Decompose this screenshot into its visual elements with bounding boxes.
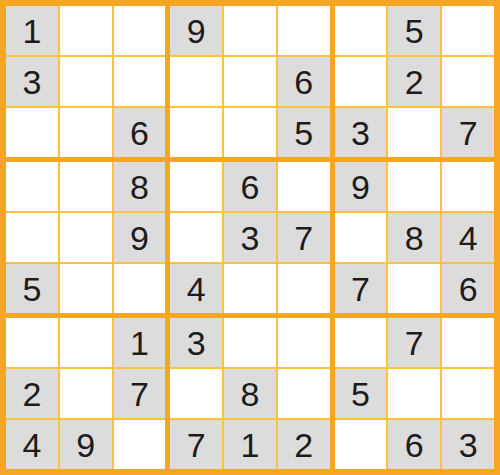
cell-r9c8-given: 6: [388, 420, 440, 469]
box-3: 5237: [335, 6, 494, 157]
cell-r2c1-given: 3: [6, 57, 58, 106]
cell-r6c9-given: 6: [442, 264, 494, 313]
cell-r2c9[interactable]: [442, 57, 494, 106]
cell-r5c7[interactable]: [335, 213, 387, 262]
box-9: 7563: [335, 318, 494, 469]
cell-r5c8-given: 8: [388, 213, 440, 262]
cell-r5c1[interactable]: [6, 213, 58, 262]
cell-r5c3-given: 9: [114, 213, 166, 262]
cell-r5c2[interactable]: [60, 213, 112, 262]
cell-r1c5[interactable]: [224, 6, 276, 55]
cell-r3c5[interactable]: [224, 108, 276, 157]
cell-r7c7[interactable]: [335, 318, 387, 367]
cell-r1c4-given: 9: [170, 6, 222, 55]
cell-r1c2[interactable]: [60, 6, 112, 55]
cell-r7c9[interactable]: [442, 318, 494, 367]
cell-r8c4[interactable]: [170, 369, 222, 418]
cell-r6c2[interactable]: [60, 264, 112, 313]
cell-r4c2[interactable]: [60, 162, 112, 211]
cell-r8c6[interactable]: [278, 369, 330, 418]
cell-r8c9[interactable]: [442, 369, 494, 418]
cell-r7c6[interactable]: [278, 318, 330, 367]
cell-r1c9[interactable]: [442, 6, 494, 55]
box-8: 38712: [170, 318, 329, 469]
cell-r4c8[interactable]: [388, 162, 440, 211]
cell-r2c4[interactable]: [170, 57, 222, 106]
cell-r8c7-given: 5: [335, 369, 387, 418]
cell-r3c9-given: 7: [442, 108, 494, 157]
box-1: 136: [6, 6, 165, 157]
cell-r8c2[interactable]: [60, 369, 112, 418]
box-7: 12749: [6, 318, 165, 469]
cell-r6c1-given: 5: [6, 264, 58, 313]
cell-r4c9[interactable]: [442, 162, 494, 211]
cell-r9c1-given: 4: [6, 420, 58, 469]
cell-r2c2[interactable]: [60, 57, 112, 106]
cell-r1c7[interactable]: [335, 6, 387, 55]
cell-r6c7-given: 7: [335, 264, 387, 313]
cell-r5c6-given: 7: [278, 213, 330, 262]
cell-r8c3-given: 7: [114, 369, 166, 418]
cell-r5c4[interactable]: [170, 213, 222, 262]
box-6: 98476: [335, 162, 494, 313]
cell-r7c4-given: 3: [170, 318, 222, 367]
cell-r1c8-given: 5: [388, 6, 440, 55]
cell-r3c8[interactable]: [388, 108, 440, 157]
cell-r9c5-given: 1: [224, 420, 276, 469]
cell-r8c8[interactable]: [388, 369, 440, 418]
cell-r9c7[interactable]: [335, 420, 387, 469]
box-5: 6374: [170, 162, 329, 313]
cell-r1c3[interactable]: [114, 6, 166, 55]
cell-r1c6[interactable]: [278, 6, 330, 55]
cell-r6c4-given: 4: [170, 264, 222, 313]
cell-r9c4-given: 7: [170, 420, 222, 469]
cell-r3c4[interactable]: [170, 108, 222, 157]
cell-r3c3-given: 6: [114, 108, 166, 157]
cell-r4c6[interactable]: [278, 162, 330, 211]
cell-r3c2[interactable]: [60, 108, 112, 157]
cell-r9c2-given: 9: [60, 420, 112, 469]
cell-r6c6[interactable]: [278, 264, 330, 313]
cell-r2c5[interactable]: [224, 57, 276, 106]
cell-r3c1[interactable]: [6, 108, 58, 157]
sudoku-board: 136965523789563749847612749387127563: [0, 0, 500, 475]
cell-r1c1-given: 1: [6, 6, 58, 55]
cell-r2c8-given: 2: [388, 57, 440, 106]
cell-r6c3[interactable]: [114, 264, 166, 313]
cell-r4c1[interactable]: [6, 162, 58, 211]
cell-r2c7[interactable]: [335, 57, 387, 106]
box-2: 965: [170, 6, 329, 157]
cell-r8c5-given: 8: [224, 369, 276, 418]
cell-r5c9-given: 4: [442, 213, 494, 262]
cell-r9c6-given: 2: [278, 420, 330, 469]
cell-r7c5[interactable]: [224, 318, 276, 367]
box-4: 895: [6, 162, 165, 313]
cell-r2c6-given: 6: [278, 57, 330, 106]
cell-r2c3[interactable]: [114, 57, 166, 106]
cell-r6c5[interactable]: [224, 264, 276, 313]
cell-r3c7-given: 3: [335, 108, 387, 157]
cell-r4c3-given: 8: [114, 162, 166, 211]
cell-r7c3-given: 1: [114, 318, 166, 367]
cell-r4c7-given: 9: [335, 162, 387, 211]
cell-r6c8[interactable]: [388, 264, 440, 313]
cell-r8c1-given: 2: [6, 369, 58, 418]
cell-r9c9-given: 3: [442, 420, 494, 469]
cell-r7c8-given: 7: [388, 318, 440, 367]
cell-r7c1[interactable]: [6, 318, 58, 367]
cell-r9c3[interactable]: [114, 420, 166, 469]
cell-r7c2[interactable]: [60, 318, 112, 367]
cell-r4c4[interactable]: [170, 162, 222, 211]
cell-r5c5-given: 3: [224, 213, 276, 262]
cell-r3c6-given: 5: [278, 108, 330, 157]
cell-r4c5-given: 6: [224, 162, 276, 211]
